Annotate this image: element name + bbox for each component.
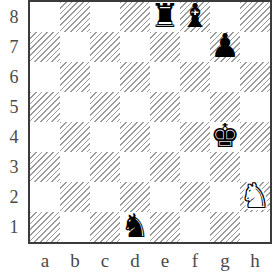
black-bishop-f8[interactable]: ♝ <box>180 1 210 31</box>
square-h6[interactable] <box>240 62 270 92</box>
square-b4[interactable] <box>60 122 90 152</box>
square-a2[interactable] <box>30 182 60 212</box>
chess-diagram: 87654321 ♜♝♟♚♞♞ abcdefgh <box>0 0 279 279</box>
square-d1[interactable]: ♞ <box>120 212 150 242</box>
square-h2[interactable]: ♞ <box>240 182 270 212</box>
rank-label-6: 6 <box>0 62 28 92</box>
square-c7[interactable] <box>90 32 120 62</box>
square-e1[interactable] <box>150 212 180 242</box>
square-e5[interactable] <box>150 92 180 122</box>
rank-label-5: 5 <box>0 92 28 122</box>
square-g4[interactable]: ♚ <box>210 122 240 152</box>
square-f2[interactable] <box>180 182 210 212</box>
square-e3[interactable] <box>150 152 180 182</box>
rank-label-8: 8 <box>0 2 28 32</box>
file-label-f: f <box>180 247 210 275</box>
file-label-g: g <box>210 247 240 275</box>
rank-labels: 87654321 <box>0 2 28 242</box>
file-labels: abcdefgh <box>30 247 270 275</box>
square-c6[interactable] <box>90 62 120 92</box>
square-c1[interactable] <box>90 212 120 242</box>
rank-label-1: 1 <box>0 212 28 242</box>
black-king-g4[interactable]: ♚ <box>210 121 240 151</box>
square-a4[interactable] <box>30 122 60 152</box>
file-label-d: d <box>120 247 150 275</box>
square-b6[interactable] <box>60 62 90 92</box>
square-f7[interactable] <box>180 32 210 62</box>
file-label-a: a <box>30 247 60 275</box>
square-a3[interactable] <box>30 152 60 182</box>
square-h5[interactable] <box>240 92 270 122</box>
square-b1[interactable] <box>60 212 90 242</box>
square-d4[interactable] <box>120 122 150 152</box>
file-label-h: h <box>240 247 270 275</box>
square-g3[interactable] <box>210 152 240 182</box>
square-h4[interactable] <box>240 122 270 152</box>
black-rook-e8[interactable]: ♜ <box>150 1 180 31</box>
square-h7[interactable] <box>240 32 270 62</box>
square-c8[interactable] <box>90 2 120 32</box>
file-label-e: e <box>150 247 180 275</box>
square-e6[interactable] <box>150 62 180 92</box>
square-d3[interactable] <box>120 152 150 182</box>
square-e4[interactable] <box>150 122 180 152</box>
square-b8[interactable] <box>60 2 90 32</box>
white-knight-h2[interactable]: ♞ <box>240 181 270 211</box>
square-f1[interactable] <box>180 212 210 242</box>
square-h1[interactable] <box>240 212 270 242</box>
rank-label-4: 4 <box>0 122 28 152</box>
square-c3[interactable] <box>90 152 120 182</box>
square-c4[interactable] <box>90 122 120 152</box>
square-f8[interactable]: ♝ <box>180 2 210 32</box>
square-a1[interactable] <box>30 212 60 242</box>
square-e7[interactable] <box>150 32 180 62</box>
square-h8[interactable] <box>240 2 270 32</box>
square-f5[interactable] <box>180 92 210 122</box>
square-b5[interactable] <box>60 92 90 122</box>
square-c5[interactable] <box>90 92 120 122</box>
square-a8[interactable] <box>30 2 60 32</box>
square-a5[interactable] <box>30 92 60 122</box>
rank-label-3: 3 <box>0 152 28 182</box>
square-g1[interactable] <box>210 212 240 242</box>
square-d8[interactable] <box>120 2 150 32</box>
square-d5[interactable] <box>120 92 150 122</box>
chess-board: ♜♝♟♚♞♞ <box>28 0 272 244</box>
square-g2[interactable] <box>210 182 240 212</box>
file-label-b: b <box>60 247 90 275</box>
square-e2[interactable] <box>150 182 180 212</box>
square-e8[interactable]: ♜ <box>150 2 180 32</box>
square-g7[interactable]: ♟ <box>210 32 240 62</box>
square-a6[interactable] <box>30 62 60 92</box>
square-d6[interactable] <box>120 62 150 92</box>
square-f3[interactable] <box>180 152 210 182</box>
square-f6[interactable] <box>180 62 210 92</box>
square-b3[interactable] <box>60 152 90 182</box>
square-b7[interactable] <box>60 32 90 62</box>
file-label-c: c <box>90 247 120 275</box>
rank-label-2: 2 <box>0 182 28 212</box>
square-f4[interactable] <box>180 122 210 152</box>
square-g6[interactable] <box>210 62 240 92</box>
square-a7[interactable] <box>30 32 60 62</box>
square-d7[interactable] <box>120 32 150 62</box>
square-c2[interactable] <box>90 182 120 212</box>
square-b2[interactable] <box>60 182 90 212</box>
rank-label-7: 7 <box>0 32 28 62</box>
black-pawn-g7[interactable]: ♟ <box>210 31 240 61</box>
black-knight-d1[interactable]: ♞ <box>120 211 150 241</box>
